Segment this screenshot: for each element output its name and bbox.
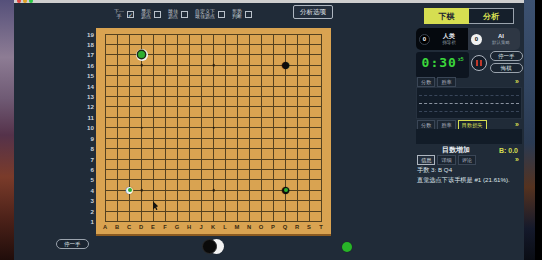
row-coordinate-label: 8 — [83, 145, 94, 152]
column-coordinate-label: M — [231, 224, 243, 230]
star-point — [212, 189, 215, 192]
grid-line — [309, 34, 310, 222]
expand-chevron-icon[interactable]: » — [515, 156, 519, 164]
tab-详细[interactable]: 详细 — [437, 155, 455, 165]
expand-chevron-icon[interactable]: » — [515, 78, 519, 86]
white-stone-C4: ● — [124, 184, 136, 196]
black-player-card[interactable]: 0 人类 指导棋 — [416, 28, 468, 50]
grid-line — [105, 211, 322, 212]
column-coordinate-label: E — [147, 224, 159, 230]
column-coordinate-label: N — [243, 224, 255, 230]
move-eval-dot — [128, 188, 132, 192]
ai-hint-move-D17[interactable] — [136, 49, 148, 61]
black-captures-badge: 0 — [419, 34, 430, 45]
toolbar-checkbox-item[interactable]: 自定义下最佳选点 — [195, 9, 225, 20]
pause-button[interactable] — [471, 55, 487, 71]
grid-line — [237, 34, 238, 222]
score-value: B: 0.0 — [499, 147, 518, 154]
engine-status-icon — [342, 242, 352, 252]
analysis-options-button[interactable]: 分析选项 — [293, 5, 333, 19]
toolbar: 下一手✓显示选点最佳选点自定义下最佳选点形势判断 — [114, 5, 252, 23]
black-stone-Q16: ● — [280, 59, 292, 71]
minimize-window-icon[interactable] — [23, 0, 27, 3]
column-coordinate-label: K — [207, 224, 219, 230]
column-coordinate-label: A — [99, 224, 111, 230]
row-coordinate-label: 12 — [83, 103, 94, 110]
checkbox-unchecked-icon[interactable] — [181, 11, 188, 18]
screen: 下一手✓显示选点最佳选点自定义下最佳选点形势判断 分析选项 A19B18C17D… — [0, 0, 542, 260]
grid-line — [273, 34, 274, 222]
row-coordinate-label: 9 — [83, 134, 94, 141]
grid-line — [105, 148, 322, 149]
info-tab-strip: 信息详细评论» — [417, 155, 523, 165]
go-board[interactable]: A19B18C17D16E15F14G13H12J11K10L9M8N7O6P5… — [96, 28, 331, 236]
row-coordinate-label: 17 — [83, 51, 94, 58]
player-turn-toggle[interactable] — [202, 239, 232, 254]
tab-评论[interactable]: 评论 — [458, 155, 476, 165]
policy-info-line: 直觉选点下该手棋是 #1 (21.61%). — [417, 176, 523, 183]
row-coordinate-label: 4 — [83, 186, 94, 193]
toolbar-checkbox-item[interactable]: 最佳选点 — [168, 9, 188, 20]
grid-line — [321, 34, 322, 222]
grid-line — [105, 169, 322, 170]
score-graph[interactable] — [416, 87, 522, 119]
grid-line — [105, 138, 322, 139]
desktop-wallpaper-right — [524, 0, 535, 260]
score-label: 目数增加 — [442, 145, 470, 155]
play-mode-button[interactable]: 下棋 — [424, 8, 469, 24]
row-coordinate-label: 2 — [83, 207, 94, 214]
row-coordinate-label: 1 — [83, 218, 94, 225]
star-point — [284, 126, 287, 129]
grid-line — [105, 159, 322, 160]
row-coordinate-label: 16 — [83, 61, 94, 68]
player-cards: 0 人类 指导棋 0 AI 默认策略 — [416, 28, 520, 50]
checkbox-unchecked-icon[interactable] — [218, 11, 225, 18]
maximize-window-icon[interactable] — [29, 0, 33, 3]
black-stone-icon — [202, 239, 217, 254]
toolbar-checkbox-label: 显示选点 — [141, 9, 151, 20]
column-coordinate-label: Q — [279, 224, 291, 230]
column-coordinate-label: T — [315, 224, 327, 230]
column-coordinate-label: B — [111, 224, 123, 230]
mode-switch: 下棋 分析 — [424, 8, 514, 24]
column-coordinate-label: O — [255, 224, 267, 230]
row-coordinate-label: 13 — [83, 93, 94, 100]
white-player-card[interactable]: 0 AI 默认策略 — [468, 28, 520, 50]
black-player-name: 人类 — [443, 33, 455, 40]
grid-line — [261, 34, 262, 222]
move-eval-dot — [284, 188, 288, 192]
checkbox-unchecked-icon[interactable] — [154, 11, 161, 18]
column-coordinate-label: S — [303, 224, 315, 230]
column-coordinate-label: C — [123, 224, 135, 230]
timer-display: 0:30 — [422, 56, 457, 70]
row-coordinate-label: 19 — [83, 30, 94, 37]
tab-胜率[interactable]: 胜率 — [437, 77, 455, 87]
row-coordinate-label: 3 — [83, 197, 94, 204]
star-point — [140, 189, 143, 192]
game-timer: 0:30 x5 — [416, 52, 469, 78]
black-stone-Q4: ● — [280, 184, 292, 196]
star-point — [212, 126, 215, 129]
undo-button[interactable]: 悔棋 — [490, 63, 523, 73]
pass-button[interactable]: 停一手 — [490, 51, 523, 61]
timer-periods: x5 — [458, 56, 464, 62]
tab-分数[interactable]: 分数 — [417, 77, 435, 87]
tab-信息[interactable]: 信息 — [417, 155, 435, 165]
grid-line — [105, 221, 322, 222]
expand-chevron-icon[interactable]: » — [515, 121, 519, 129]
column-coordinate-label: P — [267, 224, 279, 230]
row-coordinate-label: 5 — [83, 176, 94, 183]
column-coordinate-label: D — [135, 224, 147, 230]
row-coordinate-label: 18 — [83, 40, 94, 47]
column-coordinate-label: H — [183, 224, 195, 230]
black-player-subtitle: 指导棋 — [442, 40, 456, 45]
toolbar-checkbox-item[interactable]: 形势判断 — [232, 9, 252, 20]
row-coordinate-label: 14 — [83, 82, 94, 89]
grid-line — [297, 34, 298, 222]
column-coordinate-label: L — [219, 224, 231, 230]
desktop-wallpaper-left — [0, 0, 14, 260]
app-window: 下一手✓显示选点最佳选点自定义下最佳选点形势判断 分析选项 A19B18C17D… — [14, 0, 524, 260]
score-row: 目数增加 B: 0.0 — [416, 145, 522, 155]
row-coordinate-label: 11 — [83, 113, 94, 120]
analyze-mode-button[interactable]: 分析 — [469, 8, 514, 24]
mouse-cursor-icon — [153, 201, 160, 210]
grid-line — [105, 200, 322, 201]
star-point — [212, 64, 215, 67]
move-info-line: 手数 3: B Q4 — [417, 166, 523, 173]
checkbox-unchecked-icon[interactable] — [245, 11, 252, 18]
toolbar-checkbox-label: 下一手 — [114, 9, 124, 20]
row-coordinate-label: 7 — [83, 155, 94, 162]
star-point — [140, 64, 143, 67]
column-coordinate-label: F — [159, 224, 171, 230]
white-player-name: AI — [498, 33, 504, 40]
bottom-pass-button[interactable]: 停一手 — [56, 239, 89, 249]
star-point — [140, 126, 143, 129]
grid-line — [249, 34, 250, 222]
toolbar-checkbox-item[interactable]: 下一手✓ — [114, 9, 134, 20]
toolbar-checkbox-label: 最佳选点 — [168, 9, 178, 20]
row-coordinate-label: 15 — [83, 72, 94, 79]
row-coordinate-label: 10 — [83, 124, 94, 131]
white-captures-badge: 0 — [471, 34, 482, 45]
checkbox-checked-icon[interactable]: ✓ — [127, 11, 134, 18]
toolbar-checkbox-item[interactable]: 显示选点 — [141, 9, 161, 20]
close-window-icon[interactable] — [17, 0, 21, 3]
toolbar-checkbox-label: 形势判断 — [232, 9, 242, 20]
column-coordinate-label: J — [195, 224, 207, 230]
column-coordinate-label: R — [291, 224, 303, 230]
graph-tab-strip: 分数胜率» — [417, 77, 523, 87]
column-coordinate-label: G — [171, 224, 183, 230]
row-coordinate-label: 6 — [83, 165, 94, 172]
toolbar-checkbox-label: 自定义下最佳选点 — [195, 9, 215, 20]
right-panel: 下棋 分析 0 人类 指导棋 0 AI 默认策略 — [400, 0, 524, 260]
points-lost-chart — [416, 129, 522, 144]
grid-line — [105, 179, 322, 180]
grid-line — [225, 34, 226, 222]
white-player-subtitle: 默认策略 — [492, 40, 510, 45]
